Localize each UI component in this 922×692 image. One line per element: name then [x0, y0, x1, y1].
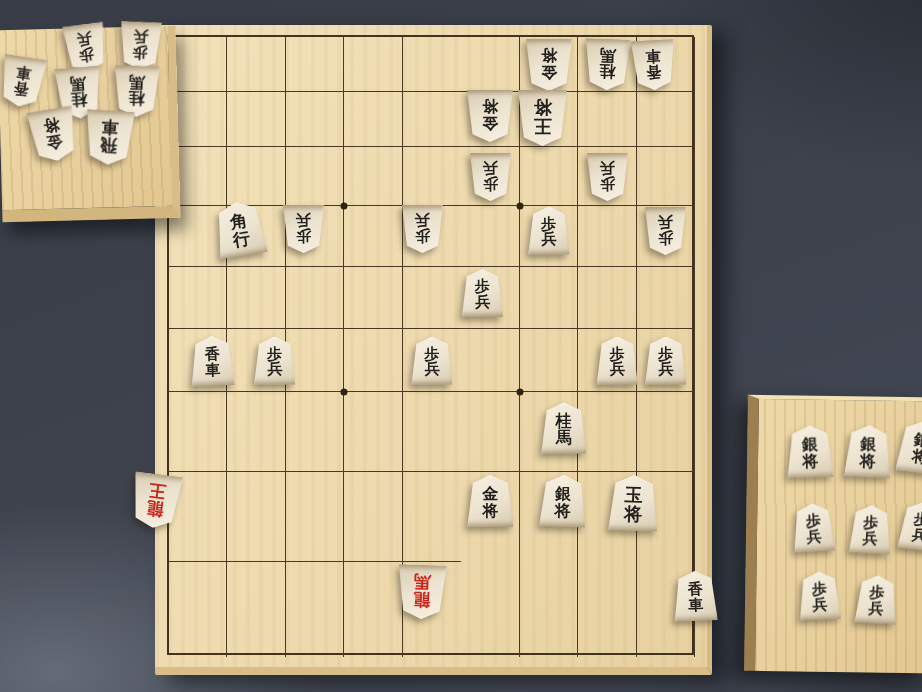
- kanji-glyph: 歩: [483, 175, 498, 190]
- piece-sente-silver[interactable]: 銀将: [843, 423, 894, 480]
- board-square[interactable]: [520, 562, 578, 657]
- piece-sente-pawn[interactable]: 歩兵: [851, 571, 902, 628]
- kanji-glyph: 将: [482, 98, 498, 114]
- board-square[interactable]: [344, 392, 402, 472]
- board-square[interactable]: [286, 392, 344, 472]
- board-square[interactable]: [637, 267, 695, 329]
- kanji-glyph: 兵: [600, 160, 615, 175]
- kanji-glyph: 兵: [267, 362, 282, 377]
- kanji-glyph: 飛: [100, 135, 118, 153]
- kanji-glyph: 馬: [128, 73, 144, 90]
- star-point: [341, 203, 348, 210]
- kanji-glyph: 兵: [862, 531, 878, 547]
- piece-sente-lance[interactable]: 香車: [183, 329, 241, 392]
- kanji-glyph: 車: [205, 362, 221, 378]
- board-square[interactable]: [344, 37, 402, 92]
- board-square[interactable]: [169, 267, 227, 329]
- kanji-glyph: 将: [859, 452, 876, 469]
- piece-sente-silver[interactable]: 銀将: [896, 419, 922, 476]
- kanji-glyph: 将: [911, 448, 922, 466]
- board-square[interactable]: [286, 92, 344, 147]
- board-square[interactable]: [520, 329, 578, 392]
- kanji-glyph: 車: [688, 597, 704, 613]
- kanji-glyph: 歩: [132, 44, 148, 60]
- star-point: [517, 389, 524, 396]
- board-square[interactable]: [227, 37, 285, 92]
- board-square[interactable]: [403, 37, 461, 92]
- piece-sente-pawn[interactable]: 歩兵: [845, 501, 896, 558]
- board-square[interactable]: [286, 37, 344, 92]
- kanji-glyph: 兵: [475, 295, 490, 310]
- board-square[interactable]: [169, 37, 227, 92]
- piece-gote-gold[interactable]: 金将: [28, 106, 79, 163]
- board-square[interactable]: [578, 562, 636, 657]
- piece-gote-pawn[interactable]: 歩兵: [578, 147, 636, 206]
- board-square[interactable]: [578, 267, 636, 329]
- board-square[interactable]: [403, 392, 461, 472]
- kanji-glyph: 桂: [599, 63, 616, 80]
- piece-sente-lance[interactable]: 香車: [667, 548, 725, 643]
- board-square[interactable]: [461, 206, 519, 267]
- piece-gote-pawn[interactable]: 歩兵: [637, 200, 695, 261]
- piece-gote-horse[interactable]: 龍馬: [393, 544, 451, 639]
- piece-gote-lance[interactable]: 香車: [0, 53, 48, 110]
- shogi-board: 金将桂馬香車金将王将歩兵歩兵角行歩兵歩兵歩兵歩兵歩兵香車歩兵歩兵歩兵歩兵桂馬龍王…: [155, 25, 712, 675]
- piece-gote-pawn[interactable]: 歩兵: [274, 198, 332, 259]
- kanji-glyph: 歩: [600, 175, 615, 190]
- kanji-glyph: 将: [802, 453, 818, 470]
- kanji-glyph: 兵: [610, 362, 625, 377]
- board-square[interactable]: [578, 92, 636, 147]
- kanji-glyph: 兵: [812, 597, 828, 613]
- kanji-glyph: 兵: [658, 362, 673, 377]
- board-square[interactable]: [578, 206, 636, 267]
- kanji-glyph: 将: [534, 98, 552, 116]
- board-square[interactable]: [227, 392, 285, 472]
- piece-sente-silver[interactable]: 銀将: [785, 423, 836, 480]
- kanji-glyph: 兵: [806, 529, 822, 545]
- kanji-glyph: 龍: [413, 590, 431, 608]
- kanji-glyph: 馬: [599, 46, 616, 63]
- piece-gote-pawn[interactable]: 歩兵: [461, 147, 519, 206]
- piece-sente-silver[interactable]: 銀将: [534, 456, 592, 546]
- board-square[interactable]: [286, 472, 344, 562]
- piece-gote-lance[interactable]: 香車: [625, 37, 683, 92]
- kanji-glyph: 兵: [296, 212, 311, 227]
- piece-gote-king[interactable]: 王将: [514, 90, 572, 145]
- kanji-glyph: 馬: [69, 74, 86, 92]
- board-square[interactable]: [461, 37, 519, 92]
- kanji-glyph: 兵: [483, 160, 498, 175]
- board-square[interactable]: [344, 329, 402, 392]
- piece-gote-rook[interactable]: 飛車: [84, 109, 135, 166]
- piece-sente-pawn[interactable]: 歩兵: [788, 499, 839, 556]
- kanji-glyph: 兵: [415, 212, 430, 227]
- piece-sente-pawn[interactable]: 歩兵: [794, 567, 845, 624]
- kanji-glyph: 王: [534, 116, 552, 134]
- board-square[interactable]: [520, 147, 578, 206]
- kanji-glyph: 将: [42, 116, 60, 135]
- kanji-glyph: 兵: [75, 30, 92, 47]
- board-grid: 金将桂馬香車金将王将歩兵歩兵角行歩兵歩兵歩兵歩兵歩兵香車歩兵歩兵歩兵歩兵桂馬龍王…: [167, 35, 694, 655]
- piece-gote-gold[interactable]: 金将: [461, 88, 519, 143]
- piece-sente-pawn[interactable]: 歩兵: [403, 329, 461, 392]
- piece-gote-pawn[interactable]: 歩兵: [394, 198, 452, 259]
- gote-komadai: 歩兵歩兵香車桂馬桂馬金将飛車: [0, 26, 180, 223]
- kanji-glyph: 歩: [415, 227, 430, 242]
- kanji-glyph: 金: [541, 63, 557, 79]
- board-square[interactable]: [520, 267, 578, 329]
- piece-sente-pawn[interactable]: 歩兵: [453, 262, 511, 324]
- kanji-glyph: 王: [148, 481, 167, 500]
- piece-sente-pawn[interactable]: 歩兵: [520, 200, 578, 261]
- kanji-glyph: 将: [624, 504, 643, 523]
- kanji-glyph: 馬: [414, 572, 432, 590]
- kanji-glyph: 将: [541, 47, 557, 63]
- kanji-glyph: 車: [101, 118, 119, 136]
- kanji-glyph: 兵: [658, 214, 673, 229]
- kanji-glyph: 行: [231, 229, 251, 249]
- board-square[interactable]: [403, 92, 461, 147]
- kanji-glyph: 車: [15, 64, 32, 81]
- piece-sente-bishop[interactable]: 角行: [210, 198, 268, 259]
- star-point: [341, 389, 348, 396]
- kanji-glyph: 将: [482, 503, 498, 519]
- kanji-glyph: 金: [482, 114, 498, 130]
- board-square[interactable]: [286, 267, 344, 329]
- board-square[interactable]: [344, 267, 402, 329]
- board-square[interactable]: [637, 147, 695, 206]
- board-square[interactable]: [227, 562, 285, 657]
- piece-sente-king[interactable]: 玉将: [604, 458, 662, 548]
- kanji-glyph: 車: [645, 47, 661, 63]
- kanji-glyph: 馬: [556, 430, 572, 446]
- kanji-glyph: 歩: [658, 229, 673, 244]
- board-square[interactable]: [227, 267, 285, 329]
- board-square[interactable]: [461, 562, 519, 657]
- board-square[interactable]: [461, 329, 519, 392]
- board-square[interactable]: [344, 92, 402, 147]
- kanji-glyph: 将: [554, 502, 571, 519]
- piece-sente-pawn[interactable]: 歩兵: [895, 498, 922, 555]
- kanji-glyph: 兵: [133, 29, 149, 45]
- piece-sente-pawn[interactable]: 歩兵: [245, 329, 303, 392]
- piece-sente-gold[interactable]: 金将: [461, 456, 519, 546]
- kanji-glyph: 歩: [296, 227, 311, 242]
- table-surface: 金将桂馬香車金将王将歩兵歩兵角行歩兵歩兵歩兵歩兵歩兵香車歩兵歩兵歩兵歩兵桂馬龍王…: [0, 0, 922, 692]
- board-square[interactable]: [169, 562, 227, 657]
- piece-sente-pawn[interactable]: 歩兵: [637, 329, 695, 392]
- kanji-glyph: 兵: [424, 362, 439, 377]
- board-square[interactable]: [227, 92, 285, 147]
- board-square[interactable]: [637, 92, 695, 147]
- piece-gote-gold[interactable]: 金将: [520, 37, 578, 92]
- board-square[interactable]: [286, 562, 344, 657]
- sente-komadai: 銀将銀将銀将歩兵歩兵歩兵歩兵歩兵: [744, 395, 922, 674]
- kanji-glyph: 兵: [867, 601, 883, 617]
- piece-gote-dragon[interactable]: 龍王: [127, 456, 185, 546]
- kanji-glyph: 兵: [541, 232, 556, 247]
- kanji-glyph: 兵: [911, 527, 922, 544]
- board-square[interactable]: [227, 472, 285, 562]
